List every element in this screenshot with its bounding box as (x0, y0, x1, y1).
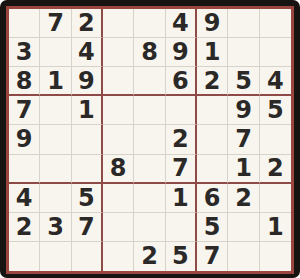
sudoku-cell-r1c7[interactable]: 9 (197, 9, 228, 38)
sudoku-cell-r9c5[interactable]: 2 (134, 242, 165, 271)
sudoku-cell-r9c1[interactable] (9, 242, 40, 271)
sudoku-cell-r6c5[interactable] (134, 155, 165, 184)
sudoku-cell-r3c8[interactable]: 5 (228, 67, 259, 96)
sudoku-cell-r9c9[interactable] (260, 242, 291, 271)
sudoku-cell-r2c8[interactable] (228, 38, 259, 67)
sudoku-cell-r3c1[interactable]: 8 (9, 67, 40, 96)
sudoku-cell-r2c5[interactable]: 8 (134, 38, 165, 67)
sudoku-cell-r4c4[interactable] (103, 96, 134, 125)
sudoku-cell-r8c8[interactable] (228, 213, 259, 242)
sudoku-grid: 7249348918196254719592787124516223751257 (9, 9, 291, 271)
sudoku-cell-r7c4[interactable] (103, 184, 134, 213)
sudoku-cell-r4c5[interactable] (134, 96, 165, 125)
sudoku-board: 7249348918196254719592787124516223751257 (6, 6, 294, 274)
sudoku-cell-r7c8[interactable]: 2 (228, 184, 259, 213)
sudoku-cell-r2c9[interactable] (260, 38, 291, 67)
sudoku-cell-r4c9[interactable]: 5 (260, 96, 291, 125)
sudoku-cell-r7c3[interactable]: 5 (72, 184, 103, 213)
sudoku-cell-r9c3[interactable] (72, 242, 103, 271)
sudoku-cell-r6c9[interactable]: 2 (260, 155, 291, 184)
sudoku-cell-r3c7[interactable]: 2 (197, 67, 228, 96)
sudoku-cell-r9c7[interactable]: 7 (197, 242, 228, 271)
sudoku-cell-r6c1[interactable] (9, 155, 40, 184)
sudoku-cell-r8c6[interactable] (166, 213, 197, 242)
sudoku-cell-r2c1[interactable]: 3 (9, 38, 40, 67)
sudoku-cell-r4c2[interactable] (40, 96, 71, 125)
sudoku-cell-r3c4[interactable] (103, 67, 134, 96)
sudoku-cell-r2c7[interactable]: 1 (197, 38, 228, 67)
sudoku-cell-r1c3[interactable]: 2 (72, 9, 103, 38)
sudoku-cell-r9c4[interactable] (103, 242, 134, 271)
sudoku-cell-r3c3[interactable]: 9 (72, 67, 103, 96)
sudoku-cell-r5c8[interactable]: 7 (228, 125, 259, 154)
sudoku-cell-r4c7[interactable] (197, 96, 228, 125)
sudoku-cell-r4c1[interactable]: 7 (9, 96, 40, 125)
sudoku-cell-r2c6[interactable]: 9 (166, 38, 197, 67)
sudoku-cell-r9c8[interactable] (228, 242, 259, 271)
sudoku-cell-r7c9[interactable] (260, 184, 291, 213)
sudoku-cell-r1c4[interactable] (103, 9, 134, 38)
sudoku-cell-r7c2[interactable] (40, 184, 71, 213)
sudoku-cell-r5c1[interactable]: 9 (9, 125, 40, 154)
sudoku-cell-r3c2[interactable]: 1 (40, 67, 71, 96)
sudoku-cell-r1c8[interactable] (228, 9, 259, 38)
sudoku-cell-r3c5[interactable] (134, 67, 165, 96)
sudoku-cell-r4c8[interactable]: 9 (228, 96, 259, 125)
sudoku-cell-r2c2[interactable] (40, 38, 71, 67)
sudoku-cell-r1c1[interactable] (9, 9, 40, 38)
sudoku-cell-r5c9[interactable] (260, 125, 291, 154)
sudoku-cell-r1c5[interactable] (134, 9, 165, 38)
sudoku-cell-r5c6[interactable]: 2 (166, 125, 197, 154)
sudoku-cell-r2c3[interactable]: 4 (72, 38, 103, 67)
sudoku-cell-r3c6[interactable]: 6 (166, 67, 197, 96)
sudoku-cell-r6c3[interactable] (72, 155, 103, 184)
sudoku-cell-r7c6[interactable]: 1 (166, 184, 197, 213)
sudoku-cell-r1c6[interactable]: 4 (166, 9, 197, 38)
sudoku-cell-r1c2[interactable]: 7 (40, 9, 71, 38)
sudoku-cell-r4c6[interactable] (166, 96, 197, 125)
sudoku-cell-r8c7[interactable]: 5 (197, 213, 228, 242)
sudoku-cell-r2c4[interactable] (103, 38, 134, 67)
sudoku-cell-r8c1[interactable]: 2 (9, 213, 40, 242)
sudoku-cell-r6c2[interactable] (40, 155, 71, 184)
sudoku-cell-r5c3[interactable] (72, 125, 103, 154)
sudoku-cell-r5c4[interactable] (103, 125, 134, 154)
sudoku-cell-r5c7[interactable] (197, 125, 228, 154)
sudoku-board-frame: 7249348918196254719592787124516223751257 (0, 0, 300, 278)
sudoku-cell-r5c2[interactable] (40, 125, 71, 154)
sudoku-cell-r8c4[interactable] (103, 213, 134, 242)
sudoku-cell-r8c3[interactable]: 7 (72, 213, 103, 242)
sudoku-cell-r1c9[interactable] (260, 9, 291, 38)
sudoku-cell-r8c5[interactable] (134, 213, 165, 242)
sudoku-cell-r9c2[interactable] (40, 242, 71, 271)
sudoku-cell-r7c1[interactable]: 4 (9, 184, 40, 213)
sudoku-cell-r3c9[interactable]: 4 (260, 67, 291, 96)
sudoku-cell-r6c6[interactable]: 7 (166, 155, 197, 184)
sudoku-cell-r7c5[interactable] (134, 184, 165, 213)
sudoku-cell-r8c9[interactable]: 1 (260, 213, 291, 242)
sudoku-cell-r9c6[interactable]: 5 (166, 242, 197, 271)
sudoku-cell-r6c4[interactable]: 8 (103, 155, 134, 184)
sudoku-cell-r4c3[interactable]: 1 (72, 96, 103, 125)
sudoku-cell-r5c5[interactable] (134, 125, 165, 154)
sudoku-cell-r7c7[interactable]: 6 (197, 184, 228, 213)
sudoku-cell-r6c8[interactable]: 1 (228, 155, 259, 184)
sudoku-cell-r6c7[interactable] (197, 155, 228, 184)
sudoku-cell-r8c2[interactable]: 3 (40, 213, 71, 242)
